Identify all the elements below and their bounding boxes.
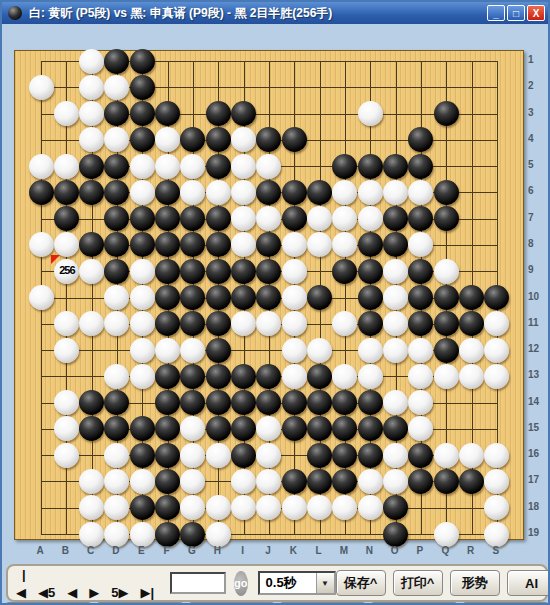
stone-black-C14: [79, 390, 104, 415]
toolbar: |◀◀5◀▶5▶▶| go 0.5秒 ▼ 保存^打印^形势AI: [6, 564, 548, 602]
stone-white-J7: [256, 206, 281, 231]
stone-white-E9: [130, 259, 155, 284]
stone-white-I6: [231, 180, 256, 205]
stone-white-J5: [256, 154, 281, 179]
stone-black-F13: [155, 364, 180, 389]
stone-white-I5: [231, 154, 256, 179]
stone-black-M14: [332, 390, 357, 415]
toolbar-button-print[interactable]: 打印^: [393, 570, 443, 596]
stone-black-O15: [383, 416, 408, 441]
column-label-O: O: [386, 545, 404, 556]
stone-white-D2: [104, 75, 129, 100]
column-label-J: J: [259, 545, 277, 556]
row-label-11: 11: [528, 317, 548, 328]
stone-black-F10: [155, 285, 180, 310]
stone-white-K11: [282, 311, 307, 336]
toolbar-button-save[interactable]: 保存^: [336, 570, 386, 596]
nav-button-back5[interactable]: ◀5: [38, 585, 55, 600]
stone-white-S16: [484, 443, 509, 468]
row-label-1: 1: [528, 54, 548, 65]
stone-black-L14: [307, 390, 332, 415]
stone-white-Q19: [434, 522, 459, 547]
stone-white-G12: [180, 338, 205, 363]
stone-black-R11: [459, 311, 484, 336]
row-label-18: 18: [528, 501, 548, 512]
stone-white-F4: [155, 127, 180, 152]
row-label-9: 9: [528, 264, 548, 275]
row-label-8: 8: [528, 238, 548, 249]
stone-white-E5: [130, 154, 155, 179]
stone-white-A10: [29, 285, 54, 310]
stone-white-L8: [307, 232, 332, 257]
stone-white-E19: [130, 522, 155, 547]
stone-white-N6: [358, 180, 383, 205]
nav-button-back[interactable]: ◀: [67, 585, 77, 600]
go-board[interactable]: 256: [14, 50, 524, 540]
column-label-P: P: [411, 545, 429, 556]
stone-white-B12: [54, 338, 79, 363]
title-bar: 白: 黄昕 (P5段) vs 黑: 申真谞 (P9段) - 黑 2目半胜(256…: [2, 2, 548, 24]
stone-white-G17: [180, 469, 205, 494]
stone-black-D5: [104, 154, 129, 179]
column-label-E: E: [132, 545, 150, 556]
stone-black-C5: [79, 154, 104, 179]
stone-white-K18: [282, 495, 307, 520]
column-label-C: C: [82, 545, 100, 556]
stone-black-M15: [332, 416, 357, 441]
stone-white-E6: [130, 180, 155, 205]
stone-white-O6: [383, 180, 408, 205]
stone-black-E4: [130, 127, 155, 152]
row-label-12: 12: [528, 343, 548, 354]
stone-black-M17: [332, 469, 357, 494]
stone-black-H9: [206, 259, 231, 284]
stone-white-R13: [459, 364, 484, 389]
stone-white-D10: [104, 285, 129, 310]
stone-white-Q13: [434, 364, 459, 389]
stone-black-H8: [206, 232, 231, 257]
stone-white-S18: [484, 495, 509, 520]
stone-black-O5: [383, 154, 408, 179]
column-label-H: H: [208, 545, 226, 556]
stone-white-A8: [29, 232, 54, 257]
stone-black-H11: [206, 311, 231, 336]
stone-white-D11: [104, 311, 129, 336]
stone-white-O14: [383, 390, 408, 415]
stone-black-Q12: [434, 338, 459, 363]
close-button[interactable]: X: [527, 5, 545, 21]
stone-black-H10: [206, 285, 231, 310]
stone-black-K14: [282, 390, 307, 415]
stone-white-O17: [383, 469, 408, 494]
stone-white-P13: [408, 364, 433, 389]
stone-black-L16: [307, 443, 332, 468]
stone-black-F6: [155, 180, 180, 205]
row-label-10: 10: [528, 291, 548, 302]
stone-black-G13: [180, 364, 205, 389]
app-window: 白: 黄昕 (P5段) vs 黑: 申真谞 (P9段) - 黑 2目半胜(256…: [0, 0, 550, 605]
toolbar-button-estimate[interactable]: 形势: [450, 570, 500, 596]
stone-white-J11: [256, 311, 281, 336]
stone-white-F12: [155, 338, 180, 363]
stone-white-P12: [408, 338, 433, 363]
stone-black-G14: [180, 390, 205, 415]
stone-white-Q9: [434, 259, 459, 284]
last-move-marker-icon: [51, 255, 60, 264]
stone-black-H14: [206, 390, 231, 415]
stone-white-M7: [332, 206, 357, 231]
stone-white-B11: [54, 311, 79, 336]
stone-white-E13: [130, 364, 155, 389]
stone-black-G19: [180, 522, 205, 547]
stone-black-R10: [459, 285, 484, 310]
minimize-button[interactable]: _: [487, 5, 505, 21]
column-label-B: B: [56, 545, 74, 556]
row-label-17: 17: [528, 474, 548, 485]
stone-black-H13: [206, 364, 231, 389]
stone-black-H3: [206, 101, 231, 126]
stone-black-I14: [231, 390, 256, 415]
stone-white-N7: [358, 206, 383, 231]
column-label-D: D: [107, 545, 125, 556]
stone-black-P5: [408, 154, 433, 179]
stone-black-N11: [358, 311, 383, 336]
stone-black-J8: [256, 232, 281, 257]
stone-white-D13: [104, 364, 129, 389]
stone-black-P11: [408, 311, 433, 336]
stone-black-H7: [206, 206, 231, 231]
stone-white-H19: [206, 522, 231, 547]
stone-black-J13: [256, 364, 281, 389]
stone-black-D7: [104, 206, 129, 231]
stone-black-L15: [307, 416, 332, 441]
stone-white-N12: [358, 338, 383, 363]
stone-black-B6: [54, 180, 79, 205]
stone-black-G11: [180, 311, 205, 336]
stone-black-D14: [104, 390, 129, 415]
stone-black-O8: [383, 232, 408, 257]
stone-black-D1: [104, 49, 129, 74]
stone-black-H4: [206, 127, 231, 152]
stone-black-D8: [104, 232, 129, 257]
stone-white-P8: [408, 232, 433, 257]
stone-black-K6: [282, 180, 307, 205]
stone-white-C18: [79, 495, 104, 520]
stone-white-C19: [79, 522, 104, 547]
delay-value: 0.5秒: [260, 574, 316, 592]
nav-button-forward5[interactable]: 5▶: [111, 585, 128, 600]
toolbar-action-buttons: 保存^打印^形势AI: [336, 570, 550, 596]
stone-white-J17: [256, 469, 281, 494]
column-label-N: N: [360, 545, 378, 556]
stone-black-L17: [307, 469, 332, 494]
stone-black-E18: [130, 495, 155, 520]
stone-white-B3: [54, 101, 79, 126]
stone-black-E2: [130, 75, 155, 100]
stone-white-G15: [180, 416, 205, 441]
stone-white-P15: [408, 416, 433, 441]
stone-black-P7: [408, 206, 433, 231]
stone-black-I3: [231, 101, 256, 126]
column-label-Q: Q: [436, 545, 454, 556]
toolbar-button-ai[interactable]: AI: [507, 570, 550, 596]
stone-black-H12: [206, 338, 231, 363]
stone-black-I15: [231, 416, 256, 441]
stone-black-P9: [408, 259, 433, 284]
column-label-M: M: [335, 545, 353, 556]
stone-white-Q16: [434, 443, 459, 468]
column-label-I: I: [234, 545, 252, 556]
stone-black-I10: [231, 285, 256, 310]
stone-black-I9: [231, 259, 256, 284]
row-label-19: 19: [528, 527, 548, 538]
dropdown-arrow-icon[interactable]: ▼: [316, 573, 334, 593]
stone-black-N8: [358, 232, 383, 257]
stone-white-D19: [104, 522, 129, 547]
stone-white-H18: [206, 495, 231, 520]
stone-white-K12: [282, 338, 307, 363]
stone-black-F15: [155, 416, 180, 441]
stone-white-M6: [332, 180, 357, 205]
stone-black-F19: [155, 522, 180, 547]
stone-black-M5: [332, 154, 357, 179]
stone-black-J9: [256, 259, 281, 284]
stone-white-M8: [332, 232, 357, 257]
stone-white-P14: [408, 390, 433, 415]
stone-black-J4: [256, 127, 281, 152]
stone-black-E1: [130, 49, 155, 74]
stone-white-D17: [104, 469, 129, 494]
stone-black-J10: [256, 285, 281, 310]
row-label-5: 5: [528, 159, 548, 170]
stone-white-S19: [484, 522, 509, 547]
stone-white-G5: [180, 154, 205, 179]
stone-black-G10: [180, 285, 205, 310]
stone-black-C15: [79, 416, 104, 441]
stone-black-Q10: [434, 285, 459, 310]
stone-white-P6: [408, 180, 433, 205]
stone-white-E12: [130, 338, 155, 363]
stone-white-L18: [307, 495, 332, 520]
stone-white-G16: [180, 443, 205, 468]
stone-black-O18: [383, 495, 408, 520]
stone-white-C2: [79, 75, 104, 100]
stone-black-E16: [130, 443, 155, 468]
stone-black-K7: [282, 206, 307, 231]
row-label-16: 16: [528, 448, 548, 459]
stone-black-B7: [54, 206, 79, 231]
nav-button-last[interactable]: ▶|: [140, 585, 154, 600]
stone-white-E10: [130, 285, 155, 310]
stone-white-F5: [155, 154, 180, 179]
stone-black-D3: [104, 101, 129, 126]
stone-white-K10: [282, 285, 307, 310]
stone-black-L13: [307, 364, 332, 389]
stone-white-E17: [130, 469, 155, 494]
delay-dropdown[interactable]: 0.5秒 ▼: [258, 571, 336, 595]
stone-white-O12: [383, 338, 408, 363]
stone-black-M16: [332, 443, 357, 468]
stone-white-B16: [54, 443, 79, 468]
stone-black-N10: [358, 285, 383, 310]
stone-black-Q17: [434, 469, 459, 494]
stone-white-K8: [282, 232, 307, 257]
stone-white-O11: [383, 311, 408, 336]
stone-black-H15: [206, 416, 231, 441]
stone-white-G6: [180, 180, 205, 205]
column-label-G: G: [183, 545, 201, 556]
stone-white-O10: [383, 285, 408, 310]
window-title: 白: 黄昕 (P5段) vs 黑: 申真谞 (P9段) - 黑 2目半胜(256…: [29, 5, 332, 22]
stone-black-Q7: [434, 206, 459, 231]
stone-white-E11: [130, 311, 155, 336]
row-label-2: 2: [528, 80, 548, 91]
column-label-S: S: [487, 545, 505, 556]
row-label-15: 15: [528, 422, 548, 433]
stone-white-I11: [231, 311, 256, 336]
row-label-3: 3: [528, 107, 548, 118]
stone-white-R16: [459, 443, 484, 468]
stone-black-Q11: [434, 311, 459, 336]
stone-black-E15: [130, 416, 155, 441]
column-label-F: F: [158, 545, 176, 556]
stone-black-G7: [180, 206, 205, 231]
column-label-A: A: [31, 545, 49, 556]
stone-white-B8: [54, 232, 79, 257]
stone-white-C3: [79, 101, 104, 126]
stone-black-E8: [130, 232, 155, 257]
stone-white-I17: [231, 469, 256, 494]
stone-black-N14: [358, 390, 383, 415]
stone-white-L7: [307, 206, 332, 231]
stone-black-N5: [358, 154, 383, 179]
stone-black-D15: [104, 416, 129, 441]
stone-white-I18: [231, 495, 256, 520]
stone-white-C17: [79, 469, 104, 494]
stone-black-Q3: [434, 101, 459, 126]
row-label-7: 7: [528, 212, 548, 223]
row-label-4: 4: [528, 133, 548, 144]
row-label-14: 14: [528, 396, 548, 407]
stone-white-I8: [231, 232, 256, 257]
stone-black-F16: [155, 443, 180, 468]
stone-black-P4: [408, 127, 433, 152]
stone-black-O19: [383, 522, 408, 547]
stone-white-A5: [29, 154, 54, 179]
stone-black-N16: [358, 443, 383, 468]
stone-black-A6: [29, 180, 54, 205]
stone-black-K4: [282, 127, 307, 152]
stone-black-R17: [459, 469, 484, 494]
stone-white-S11: [484, 311, 509, 336]
column-label-R: R: [462, 545, 480, 556]
stone-white-B5: [54, 154, 79, 179]
stone-black-D6: [104, 180, 129, 205]
stone-white-L12: [307, 338, 332, 363]
stone-white-K13: [282, 364, 307, 389]
stone-black-L6: [307, 180, 332, 205]
stone-white-S17: [484, 469, 509, 494]
stone-black-P17: [408, 469, 433, 494]
stone-white-C9: [79, 259, 104, 284]
stone-black-F3: [155, 101, 180, 126]
stone-black-C8: [79, 232, 104, 257]
row-label-13: 13: [528, 369, 548, 380]
stone-black-F18: [155, 495, 180, 520]
nav-buttons: |◀◀5◀▶5▶▶|: [16, 565, 160, 601]
stone-black-J6: [256, 180, 281, 205]
stone-black-I16: [231, 443, 256, 468]
stone-black-K15: [282, 416, 307, 441]
stone-black-F9: [155, 259, 180, 284]
stone-black-I13: [231, 364, 256, 389]
stone-white-A2: [29, 75, 54, 100]
stone-white-M13: [332, 364, 357, 389]
stone-black-F17: [155, 469, 180, 494]
caption-buttons: _ □ X: [487, 5, 545, 21]
stone-black-K17: [282, 469, 307, 494]
stone-white-D18: [104, 495, 129, 520]
stone-white-C1: [79, 49, 104, 74]
stone-white-N18: [358, 495, 383, 520]
row-label-6: 6: [528, 185, 548, 196]
stone-white-N17: [358, 469, 383, 494]
stone-black-E3: [130, 101, 155, 126]
stone-white-M11: [332, 311, 357, 336]
stone-white-B9: 256: [54, 259, 79, 284]
stone-black-H5: [206, 154, 231, 179]
stone-black-S10: [484, 285, 509, 310]
stone-black-E7: [130, 206, 155, 231]
stone-white-J18: [256, 495, 281, 520]
stone-white-R12: [459, 338, 484, 363]
app-icon: [8, 6, 22, 20]
stone-white-G18: [180, 495, 205, 520]
nav-button-forward[interactable]: ▶: [89, 585, 99, 600]
stone-black-G8: [180, 232, 205, 257]
nav-button-first[interactable]: |◀: [16, 567, 26, 600]
stone-black-N9: [358, 259, 383, 284]
stone-black-P10: [408, 285, 433, 310]
move-number-input[interactable]: [170, 572, 226, 594]
stone-white-D16: [104, 443, 129, 468]
stone-black-F11: [155, 311, 180, 336]
stone-white-S12: [484, 338, 509, 363]
stone-black-M9: [332, 259, 357, 284]
column-label-L: L: [310, 545, 328, 556]
stone-white-I4: [231, 127, 256, 152]
stone-black-G9: [180, 259, 205, 284]
stone-white-K9: [282, 259, 307, 284]
stone-black-L10: [307, 285, 332, 310]
stone-black-G4: [180, 127, 205, 152]
maximize-button[interactable]: □: [507, 5, 525, 21]
stone-white-I7: [231, 206, 256, 231]
stone-black-O7: [383, 206, 408, 231]
stone-white-N3: [358, 101, 383, 126]
stone-white-B15: [54, 416, 79, 441]
stone-white-M18: [332, 495, 357, 520]
stone-black-Q6: [434, 180, 459, 205]
stone-white-S13: [484, 364, 509, 389]
stone-black-F8: [155, 232, 180, 257]
stone-black-D9: [104, 259, 129, 284]
stone-white-O9: [383, 259, 408, 284]
go-button[interactable]: go: [234, 571, 247, 596]
stone-black-N15: [358, 416, 383, 441]
stone-white-J16: [256, 443, 281, 468]
stone-black-P16: [408, 443, 433, 468]
